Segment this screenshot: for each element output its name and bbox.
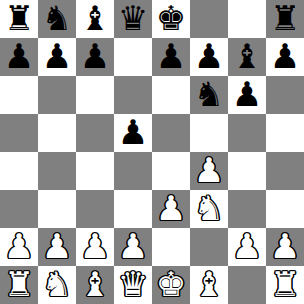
square-c4[interactable] bbox=[76, 152, 114, 190]
square-c6[interactable] bbox=[76, 76, 114, 114]
square-c5[interactable] bbox=[76, 114, 114, 152]
piece-white-pawn[interactable]: ♟ bbox=[118, 227, 148, 265]
piece-white-knight[interactable]: ♞ bbox=[42, 265, 72, 303]
square-b4[interactable] bbox=[38, 152, 76, 190]
square-g8[interactable] bbox=[228, 0, 266, 38]
piece-white-queen[interactable]: ♛ bbox=[118, 265, 148, 303]
square-b7[interactable]: ♟ bbox=[38, 38, 76, 76]
piece-black-knight[interactable]: ♞ bbox=[194, 75, 224, 113]
square-f7[interactable]: ♟ bbox=[190, 38, 228, 76]
square-g4[interactable] bbox=[228, 152, 266, 190]
square-b2[interactable]: ♟ bbox=[38, 228, 76, 266]
square-f8[interactable] bbox=[190, 0, 228, 38]
square-d8[interactable]: ♛ bbox=[114, 0, 152, 38]
piece-white-king[interactable]: ♚ bbox=[156, 265, 186, 303]
square-a4[interactable] bbox=[0, 152, 38, 190]
piece-white-pawn[interactable]: ♟ bbox=[42, 227, 72, 265]
square-h4[interactable] bbox=[266, 152, 304, 190]
piece-black-king[interactable]: ♚ bbox=[156, 0, 186, 37]
square-a6[interactable] bbox=[0, 76, 38, 114]
square-a3[interactable] bbox=[0, 190, 38, 228]
square-g1[interactable] bbox=[228, 266, 266, 304]
square-e2[interactable] bbox=[152, 228, 190, 266]
piece-black-pawn[interactable]: ♟ bbox=[156, 37, 186, 75]
chess-board-window: ♜♞♝♛♚♜♟♟♟♟♟♝♟♞♟♟♟♟♞♟♟♟♟♟♟♜♞♝♛♚♝♜ bbox=[0, 0, 304, 304]
square-h7[interactable]: ♟ bbox=[266, 38, 304, 76]
square-d5[interactable]: ♟ bbox=[114, 114, 152, 152]
square-d1[interactable]: ♛ bbox=[114, 266, 152, 304]
piece-white-bishop[interactable]: ♝ bbox=[194, 265, 224, 303]
piece-white-pawn[interactable]: ♟ bbox=[232, 227, 262, 265]
piece-white-pawn[interactable]: ♟ bbox=[4, 227, 34, 265]
square-d7[interactable] bbox=[114, 38, 152, 76]
piece-black-pawn[interactable]: ♟ bbox=[4, 37, 34, 75]
square-e8[interactable]: ♚ bbox=[152, 0, 190, 38]
square-f3[interactable]: ♞ bbox=[190, 190, 228, 228]
square-f1[interactable]: ♝ bbox=[190, 266, 228, 304]
square-h1[interactable]: ♜ bbox=[266, 266, 304, 304]
square-f5[interactable] bbox=[190, 114, 228, 152]
piece-black-pawn[interactable]: ♟ bbox=[80, 37, 110, 75]
square-d4[interactable] bbox=[114, 152, 152, 190]
square-h8[interactable]: ♜ bbox=[266, 0, 304, 38]
square-e4[interactable] bbox=[152, 152, 190, 190]
piece-black-pawn[interactable]: ♟ bbox=[270, 37, 300, 75]
square-c2[interactable]: ♟ bbox=[76, 228, 114, 266]
piece-white-bishop[interactable]: ♝ bbox=[80, 265, 110, 303]
square-g2[interactable]: ♟ bbox=[228, 228, 266, 266]
piece-black-knight[interactable]: ♞ bbox=[42, 0, 72, 37]
piece-black-rook[interactable]: ♜ bbox=[4, 0, 34, 37]
square-b1[interactable]: ♞ bbox=[38, 266, 76, 304]
square-h2[interactable]: ♟ bbox=[266, 228, 304, 266]
square-g3[interactable] bbox=[228, 190, 266, 228]
piece-white-pawn[interactable]: ♟ bbox=[80, 227, 110, 265]
square-d2[interactable]: ♟ bbox=[114, 228, 152, 266]
square-g7[interactable]: ♝ bbox=[228, 38, 266, 76]
square-b5[interactable] bbox=[38, 114, 76, 152]
piece-white-knight[interactable]: ♞ bbox=[194, 189, 224, 227]
piece-black-queen[interactable]: ♛ bbox=[118, 0, 148, 37]
chess-board: ♜♞♝♛♚♜♟♟♟♟♟♝♟♞♟♟♟♟♞♟♟♟♟♟♟♜♞♝♛♚♝♜ bbox=[0, 0, 304, 304]
square-c8[interactable]: ♝ bbox=[76, 0, 114, 38]
square-h5[interactable] bbox=[266, 114, 304, 152]
square-d3[interactable] bbox=[114, 190, 152, 228]
square-b3[interactable] bbox=[38, 190, 76, 228]
square-c1[interactable]: ♝ bbox=[76, 266, 114, 304]
square-d6[interactable] bbox=[114, 76, 152, 114]
piece-black-bishop[interactable]: ♝ bbox=[232, 37, 262, 75]
piece-white-pawn[interactable]: ♟ bbox=[270, 227, 300, 265]
piece-black-pawn[interactable]: ♟ bbox=[118, 113, 148, 151]
square-a7[interactable]: ♟ bbox=[0, 38, 38, 76]
square-c3[interactable] bbox=[76, 190, 114, 228]
square-b8[interactable]: ♞ bbox=[38, 0, 76, 38]
square-f4[interactable]: ♟ bbox=[190, 152, 228, 190]
piece-white-pawn[interactable]: ♟ bbox=[194, 151, 224, 189]
square-f6[interactable]: ♞ bbox=[190, 76, 228, 114]
piece-black-pawn[interactable]: ♟ bbox=[194, 37, 224, 75]
square-h6[interactable] bbox=[266, 76, 304, 114]
square-e1[interactable]: ♚ bbox=[152, 266, 190, 304]
square-h3[interactable] bbox=[266, 190, 304, 228]
square-e6[interactable] bbox=[152, 76, 190, 114]
square-a2[interactable]: ♟ bbox=[0, 228, 38, 266]
piece-black-rook[interactable]: ♜ bbox=[270, 0, 300, 37]
piece-white-rook[interactable]: ♜ bbox=[4, 265, 34, 303]
square-c7[interactable]: ♟ bbox=[76, 38, 114, 76]
square-a1[interactable]: ♜ bbox=[0, 266, 38, 304]
square-e7[interactable]: ♟ bbox=[152, 38, 190, 76]
piece-black-pawn[interactable]: ♟ bbox=[42, 37, 72, 75]
piece-black-pawn[interactable]: ♟ bbox=[232, 75, 262, 113]
piece-white-pawn[interactable]: ♟ bbox=[156, 189, 186, 227]
square-f2[interactable] bbox=[190, 228, 228, 266]
piece-white-rook[interactable]: ♜ bbox=[270, 265, 300, 303]
piece-black-bishop[interactable]: ♝ bbox=[80, 0, 110, 37]
square-e5[interactable] bbox=[152, 114, 190, 152]
square-b6[interactable] bbox=[38, 76, 76, 114]
square-a8[interactable]: ♜ bbox=[0, 0, 38, 38]
square-g5[interactable] bbox=[228, 114, 266, 152]
square-e3[interactable]: ♟ bbox=[152, 190, 190, 228]
square-g6[interactable]: ♟ bbox=[228, 76, 266, 114]
square-a5[interactable] bbox=[0, 114, 38, 152]
